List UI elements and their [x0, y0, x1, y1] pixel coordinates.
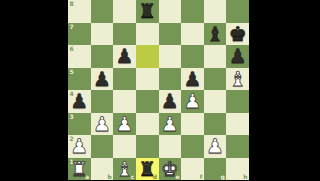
square-d6[interactable]	[136, 45, 159, 68]
square-g6[interactable]	[204, 45, 227, 68]
square-e8[interactable]	[159, 0, 182, 23]
piece-black-pawn[interactable]: ♟	[161, 90, 179, 112]
file-label-f: f	[200, 173, 203, 180]
square-g1[interactable]: g	[204, 158, 227, 181]
piece-white-king[interactable]: ♚	[161, 158, 179, 180]
square-d2[interactable]	[136, 135, 159, 158]
square-f7[interactable]	[181, 23, 204, 46]
video-frame: 8♜7♝♚6♟♟5♟♟♝4♟♟♟3♟♟♟2♟♟1a♜bc♝d♜e♚fgh	[0, 0, 320, 180]
square-d3[interactable]	[136, 113, 159, 136]
file-label-b: b	[107, 173, 111, 180]
rank-label-6: 6	[70, 45, 74, 52]
square-e5[interactable]	[159, 68, 182, 91]
square-f6[interactable]	[181, 45, 204, 68]
square-e2[interactable]	[159, 135, 182, 158]
piece-black-pawn[interactable]: ♟	[70, 90, 88, 112]
square-g8[interactable]	[204, 0, 227, 23]
piece-black-pawn[interactable]: ♟	[183, 68, 201, 90]
square-f5[interactable]: ♟	[181, 68, 204, 91]
file-label-g: g	[221, 173, 225, 180]
square-f2[interactable]	[181, 135, 204, 158]
square-a6[interactable]: 6	[68, 45, 91, 68]
square-e7[interactable]	[159, 23, 182, 46]
piece-white-pawn[interactable]: ♟	[161, 113, 179, 135]
piece-black-king[interactable]: ♚	[229, 23, 247, 45]
piece-white-bishop[interactable]: ♝	[116, 158, 134, 180]
piece-white-pawn[interactable]: ♟	[93, 113, 111, 135]
rank-label-5: 5	[70, 68, 74, 75]
square-c4[interactable]	[113, 90, 136, 113]
square-e6[interactable]	[159, 45, 182, 68]
piece-white-pawn[interactable]: ♟	[116, 113, 134, 135]
square-c2[interactable]	[113, 135, 136, 158]
square-f3[interactable]	[181, 113, 204, 136]
piece-black-rook[interactable]: ♜	[138, 0, 156, 22]
square-a5[interactable]: 5	[68, 68, 91, 91]
square-h6[interactable]: ♟	[226, 45, 249, 68]
square-c1[interactable]: c♝	[113, 158, 136, 181]
square-a8[interactable]: 8	[68, 0, 91, 23]
square-b2[interactable]	[91, 135, 114, 158]
square-a3[interactable]: 3	[68, 113, 91, 136]
square-f1[interactable]: f	[181, 158, 204, 181]
square-b5[interactable]: ♟	[91, 68, 114, 91]
piece-black-bishop[interactable]: ♝	[206, 23, 224, 45]
rank-label-7: 7	[70, 23, 74, 30]
square-d1[interactable]: d♜	[136, 158, 159, 181]
square-g7[interactable]: ♝	[204, 23, 227, 46]
square-f4[interactable]: ♟	[181, 90, 204, 113]
square-d8[interactable]: ♜	[136, 0, 159, 23]
rank-label-8: 8	[70, 0, 74, 7]
square-b6[interactable]	[91, 45, 114, 68]
square-h4[interactable]	[226, 90, 249, 113]
square-d7[interactable]	[136, 23, 159, 46]
square-a1[interactable]: 1a♜	[68, 158, 91, 181]
square-b3[interactable]: ♟	[91, 113, 114, 136]
piece-white-pawn[interactable]: ♟	[206, 135, 224, 157]
piece-white-rook[interactable]: ♜	[70, 158, 88, 180]
square-f8[interactable]	[181, 0, 204, 23]
square-g2[interactable]: ♟	[204, 135, 227, 158]
chessboard: 8♜7♝♚6♟♟5♟♟♝4♟♟♟3♟♟♟2♟♟1a♜bc♝d♜e♚fgh	[68, 0, 249, 180]
square-b1[interactable]: b	[91, 158, 114, 181]
piece-black-pawn[interactable]: ♟	[229, 45, 247, 67]
square-e4[interactable]: ♟	[159, 90, 182, 113]
square-g3[interactable]	[204, 113, 227, 136]
piece-black-pawn[interactable]: ♟	[116, 45, 134, 67]
square-h1[interactable]: h	[226, 158, 249, 181]
square-h7[interactable]: ♚	[226, 23, 249, 46]
square-g5[interactable]	[204, 68, 227, 91]
square-c8[interactable]	[113, 0, 136, 23]
square-d5[interactable]	[136, 68, 159, 91]
piece-white-pawn[interactable]: ♟	[70, 135, 88, 157]
square-h8[interactable]	[226, 0, 249, 23]
square-e3[interactable]: ♟	[159, 113, 182, 136]
square-c6[interactable]: ♟	[113, 45, 136, 68]
square-a4[interactable]: 4♟	[68, 90, 91, 113]
square-e1[interactable]: e♚	[159, 158, 182, 181]
square-b4[interactable]	[91, 90, 114, 113]
square-c5[interactable]	[113, 68, 136, 91]
square-h5[interactable]: ♝	[226, 68, 249, 91]
square-h3[interactable]	[226, 113, 249, 136]
square-c3[interactable]: ♟	[113, 113, 136, 136]
square-d4[interactable]	[136, 90, 159, 113]
square-a2[interactable]: 2♟	[68, 135, 91, 158]
piece-white-pawn[interactable]: ♟	[183, 90, 201, 112]
piece-black-pawn[interactable]: ♟	[93, 68, 111, 90]
square-b8[interactable]	[91, 0, 114, 23]
square-a7[interactable]: 7	[68, 23, 91, 46]
piece-white-bishop[interactable]: ♝	[229, 68, 247, 90]
square-g4[interactable]	[204, 90, 227, 113]
square-c7[interactable]	[113, 23, 136, 46]
file-label-h: h	[243, 173, 247, 180]
square-h2[interactable]	[226, 135, 249, 158]
square-b7[interactable]	[91, 23, 114, 46]
piece-black-rook[interactable]: ♜	[138, 158, 156, 180]
rank-label-3: 3	[70, 113, 74, 120]
